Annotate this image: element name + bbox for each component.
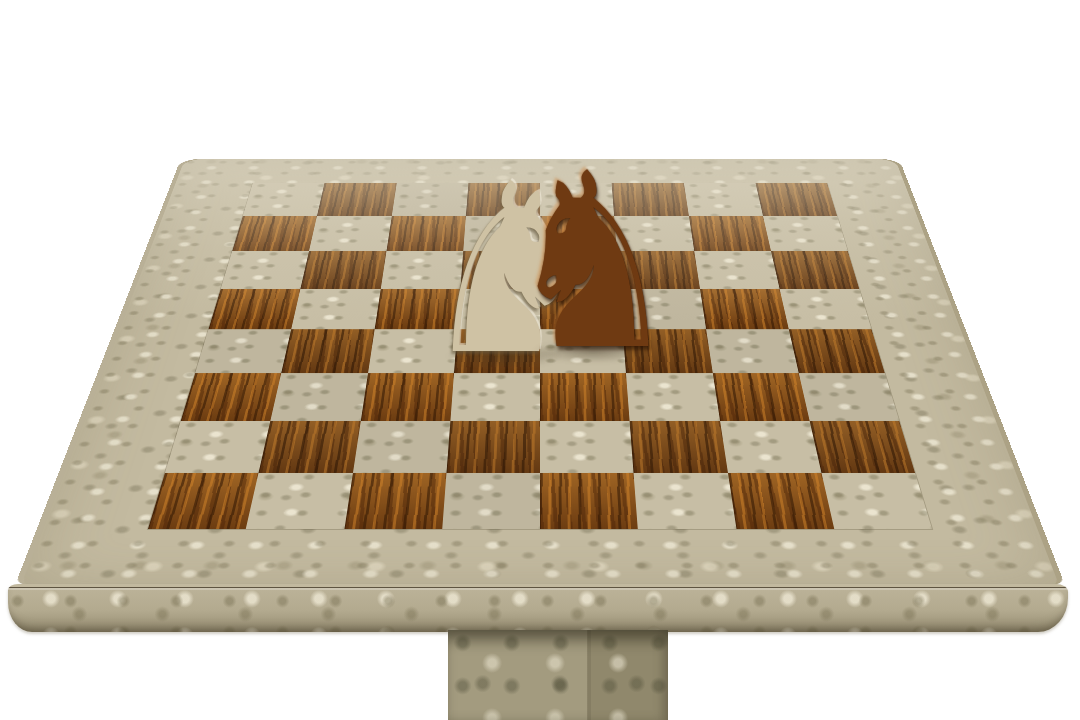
tabletop-3d bbox=[15, 159, 1065, 585]
table-pedestal bbox=[448, 630, 668, 720]
square-f8 bbox=[612, 183, 689, 216]
tabletop-surface bbox=[15, 159, 1065, 585]
square-g6 bbox=[694, 251, 780, 289]
square-b4 bbox=[281, 329, 374, 373]
square-e1 bbox=[540, 473, 638, 530]
tabletop-edge-rim bbox=[8, 584, 1068, 632]
square-e7 bbox=[540, 216, 617, 251]
square-c4 bbox=[368, 329, 458, 373]
square-b1 bbox=[246, 473, 353, 530]
square-f6 bbox=[617, 251, 700, 289]
square-e2 bbox=[540, 421, 634, 473]
square-c2 bbox=[353, 421, 451, 473]
square-a8 bbox=[243, 183, 325, 216]
square-h7 bbox=[763, 216, 848, 251]
square-c6 bbox=[380, 251, 463, 289]
square-b2 bbox=[259, 421, 361, 473]
scene: ♞♞ bbox=[0, 0, 1080, 720]
square-b7 bbox=[309, 216, 391, 251]
square-a3 bbox=[181, 373, 282, 421]
square-c8 bbox=[391, 183, 468, 216]
square-c7 bbox=[386, 216, 466, 251]
square-d4 bbox=[454, 329, 540, 373]
square-d5 bbox=[457, 289, 540, 330]
square-g7 bbox=[689, 216, 771, 251]
square-g1 bbox=[727, 473, 834, 530]
square-d1 bbox=[442, 473, 540, 530]
square-b6 bbox=[301, 251, 387, 289]
square-f7 bbox=[614, 216, 694, 251]
square-h8 bbox=[755, 183, 837, 216]
square-g2 bbox=[720, 421, 822, 473]
square-h6 bbox=[771, 251, 859, 289]
square-b8 bbox=[317, 183, 396, 216]
square-a7 bbox=[232, 216, 317, 251]
square-h2 bbox=[809, 421, 915, 473]
square-d8 bbox=[466, 183, 540, 216]
square-d2 bbox=[446, 421, 540, 473]
square-g4 bbox=[706, 329, 799, 373]
square-g5 bbox=[700, 289, 789, 330]
square-d3 bbox=[450, 373, 540, 421]
square-a5 bbox=[209, 289, 301, 330]
square-d7 bbox=[463, 216, 540, 251]
square-c5 bbox=[374, 289, 460, 330]
square-a6 bbox=[221, 251, 309, 289]
square-c1 bbox=[344, 473, 446, 530]
square-g8 bbox=[684, 183, 763, 216]
square-e8 bbox=[540, 183, 614, 216]
square-e5 bbox=[540, 289, 623, 330]
square-h4 bbox=[789, 329, 885, 373]
square-f2 bbox=[630, 421, 728, 473]
square-e3 bbox=[540, 373, 630, 421]
square-b3 bbox=[271, 373, 368, 421]
square-h3 bbox=[799, 373, 900, 421]
square-e4 bbox=[540, 329, 626, 373]
square-d6 bbox=[460, 251, 540, 289]
square-e6 bbox=[540, 251, 620, 289]
square-f5 bbox=[620, 289, 706, 330]
square-b5 bbox=[291, 289, 380, 330]
square-g3 bbox=[712, 373, 809, 421]
square-a2 bbox=[165, 421, 271, 473]
square-a4 bbox=[195, 329, 291, 373]
chess-board bbox=[148, 183, 932, 529]
square-f3 bbox=[626, 373, 719, 421]
square-c3 bbox=[360, 373, 453, 421]
square-h5 bbox=[779, 289, 871, 330]
square-a1 bbox=[148, 473, 259, 530]
square-f1 bbox=[634, 473, 736, 530]
square-f4 bbox=[623, 329, 713, 373]
square-h1 bbox=[821, 473, 932, 530]
